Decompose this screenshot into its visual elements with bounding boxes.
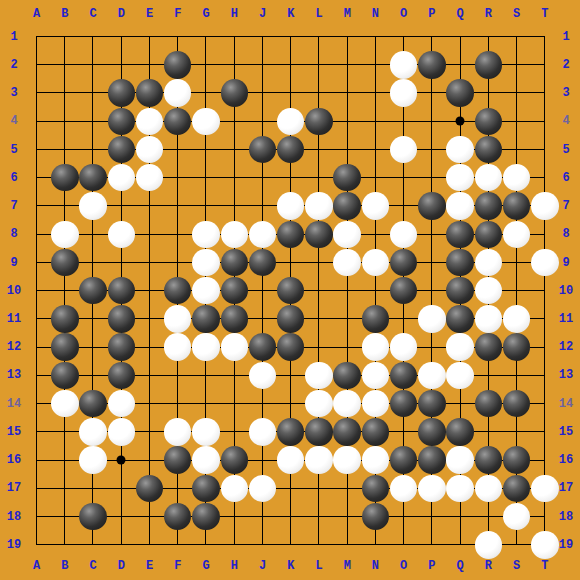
point-H5[interactable] [220,135,248,163]
point-L8[interactable] [305,220,333,248]
point-N13[interactable] [361,361,389,389]
point-L19[interactable] [305,531,333,559]
point-S11[interactable] [502,305,530,333]
point-B1[interactable] [51,22,79,50]
point-F6[interactable] [164,164,192,192]
point-D12[interactable] [107,333,135,361]
point-C2[interactable] [79,51,107,79]
point-M7[interactable] [333,192,361,220]
point-D17[interactable] [107,474,135,502]
point-M9[interactable] [333,248,361,276]
point-R17[interactable] [474,474,502,502]
point-B15[interactable] [51,418,79,446]
point-F2[interactable] [164,51,192,79]
point-Q1[interactable] [446,22,474,50]
point-K3[interactable] [277,79,305,107]
point-C7[interactable] [79,192,107,220]
point-F12[interactable] [164,333,192,361]
point-Q9[interactable] [446,248,474,276]
point-N2[interactable] [361,51,389,79]
point-B12[interactable] [51,333,79,361]
point-B3[interactable] [51,79,79,107]
point-O6[interactable] [390,164,418,192]
point-B17[interactable] [51,474,79,502]
point-J6[interactable] [248,164,276,192]
point-B16[interactable] [51,446,79,474]
point-N8[interactable] [361,220,389,248]
point-E18[interactable] [135,502,163,530]
point-F1[interactable] [164,22,192,50]
point-J10[interactable] [248,277,276,305]
point-O7[interactable] [390,192,418,220]
point-P12[interactable] [418,333,446,361]
point-S9[interactable] [502,248,530,276]
point-Q16[interactable] [446,446,474,474]
point-F17[interactable] [164,474,192,502]
point-N9[interactable] [361,248,389,276]
point-G12[interactable] [192,333,220,361]
point-C12[interactable] [79,333,107,361]
point-R7[interactable] [474,192,502,220]
point-N1[interactable] [361,22,389,50]
point-S1[interactable] [502,22,530,50]
point-O3[interactable] [390,79,418,107]
point-H2[interactable] [220,51,248,79]
point-J17[interactable] [248,474,276,502]
point-P17[interactable] [418,474,446,502]
point-M8[interactable] [333,220,361,248]
point-N7[interactable] [361,192,389,220]
point-E12[interactable] [135,333,163,361]
point-B13[interactable] [51,361,79,389]
point-E11[interactable] [135,305,163,333]
point-P19[interactable] [418,531,446,559]
point-P3[interactable] [418,79,446,107]
point-J8[interactable] [248,220,276,248]
point-N11[interactable] [361,305,389,333]
point-L14[interactable] [305,390,333,418]
point-D3[interactable] [107,79,135,107]
point-C17[interactable] [79,474,107,502]
point-G3[interactable] [192,79,220,107]
point-S16[interactable] [502,446,530,474]
point-Q15[interactable] [446,418,474,446]
point-Q8[interactable] [446,220,474,248]
point-K19[interactable] [277,531,305,559]
point-R18[interactable] [474,502,502,530]
point-M5[interactable] [333,135,361,163]
point-J18[interactable] [248,502,276,530]
point-S18[interactable] [502,502,530,530]
point-H7[interactable] [220,192,248,220]
point-K15[interactable] [277,418,305,446]
point-J11[interactable] [248,305,276,333]
point-S3[interactable] [502,79,530,107]
point-N18[interactable] [361,502,389,530]
point-D4[interactable] [107,107,135,135]
point-D9[interactable] [107,248,135,276]
point-H8[interactable] [220,220,248,248]
point-M16[interactable] [333,446,361,474]
point-C9[interactable] [79,248,107,276]
point-R13[interactable] [474,361,502,389]
point-J16[interactable] [248,446,276,474]
point-Q17[interactable] [446,474,474,502]
point-P6[interactable] [418,164,446,192]
point-D2[interactable] [107,51,135,79]
point-D11[interactable] [107,305,135,333]
point-K5[interactable] [277,135,305,163]
point-B10[interactable] [51,277,79,305]
point-O18[interactable] [390,502,418,530]
point-K2[interactable] [277,51,305,79]
point-R6[interactable] [474,164,502,192]
point-L16[interactable] [305,446,333,474]
point-P8[interactable] [418,220,446,248]
point-N3[interactable] [361,79,389,107]
point-H1[interactable] [220,22,248,50]
point-O13[interactable] [390,361,418,389]
point-O19[interactable] [390,531,418,559]
point-K6[interactable] [277,164,305,192]
point-N19[interactable] [361,531,389,559]
point-J3[interactable] [248,79,276,107]
point-O10[interactable] [390,277,418,305]
point-B7[interactable] [51,192,79,220]
point-G11[interactable] [192,305,220,333]
point-O11[interactable] [390,305,418,333]
point-P4[interactable] [418,107,446,135]
point-L17[interactable] [305,474,333,502]
point-S10[interactable] [502,277,530,305]
point-H17[interactable] [220,474,248,502]
point-R1[interactable] [474,22,502,50]
point-R8[interactable] [474,220,502,248]
point-M19[interactable] [333,531,361,559]
point-D5[interactable] [107,135,135,163]
point-C15[interactable] [79,418,107,446]
point-Q11[interactable] [446,305,474,333]
point-M6[interactable] [333,164,361,192]
point-G17[interactable] [192,474,220,502]
point-B5[interactable] [51,135,79,163]
point-L4[interactable] [305,107,333,135]
point-M1[interactable] [333,22,361,50]
point-E9[interactable] [135,248,163,276]
point-G6[interactable] [192,164,220,192]
point-C10[interactable] [79,277,107,305]
point-O16[interactable] [390,446,418,474]
point-R10[interactable] [474,277,502,305]
point-G14[interactable] [192,390,220,418]
point-H9[interactable] [220,248,248,276]
point-R2[interactable] [474,51,502,79]
point-L2[interactable] [305,51,333,79]
point-G7[interactable] [192,192,220,220]
point-F5[interactable] [164,135,192,163]
point-B11[interactable] [51,305,79,333]
point-E16[interactable] [135,446,163,474]
point-Q2[interactable] [446,51,474,79]
point-C6[interactable] [79,164,107,192]
point-F9[interactable] [164,248,192,276]
point-R11[interactable] [474,305,502,333]
point-H16[interactable] [220,446,248,474]
point-D13[interactable] [107,361,135,389]
point-J19[interactable] [248,531,276,559]
point-N5[interactable] [361,135,389,163]
point-B8[interactable] [51,220,79,248]
point-M17[interactable] [333,474,361,502]
point-E19[interactable] [135,531,163,559]
point-M2[interactable] [333,51,361,79]
point-L6[interactable] [305,164,333,192]
point-G13[interactable] [192,361,220,389]
point-J1[interactable] [248,22,276,50]
point-Q10[interactable] [446,277,474,305]
point-L9[interactable] [305,248,333,276]
point-P15[interactable] [418,418,446,446]
point-E15[interactable] [135,418,163,446]
point-D15[interactable] [107,418,135,446]
point-M4[interactable] [333,107,361,135]
point-G16[interactable] [192,446,220,474]
point-N17[interactable] [361,474,389,502]
point-O17[interactable] [390,474,418,502]
point-E7[interactable] [135,192,163,220]
point-K13[interactable] [277,361,305,389]
point-D7[interactable] [107,192,135,220]
point-K7[interactable] [277,192,305,220]
point-G9[interactable] [192,248,220,276]
point-C18[interactable] [79,502,107,530]
point-O8[interactable] [390,220,418,248]
point-G10[interactable] [192,277,220,305]
point-S6[interactable] [502,164,530,192]
point-O5[interactable] [390,135,418,163]
point-D1[interactable] [107,22,135,50]
point-L5[interactable] [305,135,333,163]
point-L10[interactable] [305,277,333,305]
point-S15[interactable] [502,418,530,446]
point-F7[interactable] [164,192,192,220]
point-D16[interactable] [107,446,135,474]
point-J14[interactable] [248,390,276,418]
point-H3[interactable] [220,79,248,107]
point-K1[interactable] [277,22,305,50]
point-L13[interactable] [305,361,333,389]
point-E4[interactable] [135,107,163,135]
point-P13[interactable] [418,361,446,389]
point-K17[interactable] [277,474,305,502]
point-M13[interactable] [333,361,361,389]
point-E10[interactable] [135,277,163,305]
point-C14[interactable] [79,390,107,418]
point-C8[interactable] [79,220,107,248]
point-E6[interactable] [135,164,163,192]
point-Q12[interactable] [446,333,474,361]
point-K12[interactable] [277,333,305,361]
point-P18[interactable] [418,502,446,530]
point-N15[interactable] [361,418,389,446]
point-P9[interactable] [418,248,446,276]
point-S12[interactable] [502,333,530,361]
point-L12[interactable] [305,333,333,361]
point-F11[interactable] [164,305,192,333]
point-L18[interactable] [305,502,333,530]
point-H13[interactable] [220,361,248,389]
point-K4[interactable] [277,107,305,135]
point-G19[interactable] [192,531,220,559]
point-O2[interactable] [390,51,418,79]
point-K8[interactable] [277,220,305,248]
point-G8[interactable] [192,220,220,248]
point-R9[interactable] [474,248,502,276]
point-F13[interactable] [164,361,192,389]
point-B2[interactable] [51,51,79,79]
point-E2[interactable] [135,51,163,79]
point-K10[interactable] [277,277,305,305]
point-B18[interactable] [51,502,79,530]
point-L3[interactable] [305,79,333,107]
point-L15[interactable] [305,418,333,446]
point-R4[interactable] [474,107,502,135]
point-Q18[interactable] [446,502,474,530]
point-M3[interactable] [333,79,361,107]
point-N12[interactable] [361,333,389,361]
point-J5[interactable] [248,135,276,163]
point-N6[interactable] [361,164,389,192]
point-Q3[interactable] [446,79,474,107]
point-S8[interactable] [502,220,530,248]
point-Q6[interactable] [446,164,474,192]
point-K11[interactable] [277,305,305,333]
point-P2[interactable] [418,51,446,79]
point-E13[interactable] [135,361,163,389]
point-K18[interactable] [277,502,305,530]
point-S17[interactable] [502,474,530,502]
point-F18[interactable] [164,502,192,530]
point-D10[interactable] [107,277,135,305]
point-H4[interactable] [220,107,248,135]
point-R16[interactable] [474,446,502,474]
point-F3[interactable] [164,79,192,107]
point-L1[interactable] [305,22,333,50]
point-F10[interactable] [164,277,192,305]
point-P11[interactable] [418,305,446,333]
point-O1[interactable] [390,22,418,50]
point-J7[interactable] [248,192,276,220]
point-J13[interactable] [248,361,276,389]
point-C19[interactable] [79,531,107,559]
point-B6[interactable] [51,164,79,192]
point-S19[interactable] [502,531,530,559]
point-R19[interactable] [474,531,502,559]
point-J9[interactable] [248,248,276,276]
point-R3[interactable] [474,79,502,107]
point-H15[interactable] [220,418,248,446]
point-G5[interactable] [192,135,220,163]
point-S4[interactable] [502,107,530,135]
point-K16[interactable] [277,446,305,474]
point-B9[interactable] [51,248,79,276]
point-N10[interactable] [361,277,389,305]
point-G1[interactable] [192,22,220,50]
point-M15[interactable] [333,418,361,446]
point-R14[interactable] [474,390,502,418]
point-B19[interactable] [51,531,79,559]
point-F16[interactable] [164,446,192,474]
point-H6[interactable] [220,164,248,192]
point-H10[interactable] [220,277,248,305]
point-C13[interactable] [79,361,107,389]
point-K9[interactable] [277,248,305,276]
point-P16[interactable] [418,446,446,474]
point-H12[interactable] [220,333,248,361]
point-H11[interactable] [220,305,248,333]
point-S5[interactable] [502,135,530,163]
point-P7[interactable] [418,192,446,220]
point-E1[interactable] [135,22,163,50]
point-C16[interactable] [79,446,107,474]
point-Q4[interactable] [446,107,474,135]
point-Q19[interactable] [446,531,474,559]
point-J15[interactable] [248,418,276,446]
point-M11[interactable] [333,305,361,333]
point-R15[interactable] [474,418,502,446]
point-F4[interactable] [164,107,192,135]
point-J2[interactable] [248,51,276,79]
point-C5[interactable] [79,135,107,163]
point-L11[interactable] [305,305,333,333]
point-P14[interactable] [418,390,446,418]
point-K14[interactable] [277,390,305,418]
point-N16[interactable] [361,446,389,474]
point-D14[interactable] [107,390,135,418]
point-D18[interactable] [107,502,135,530]
point-N14[interactable] [361,390,389,418]
point-G4[interactable] [192,107,220,135]
point-F8[interactable] [164,220,192,248]
point-Q13[interactable] [446,361,474,389]
point-O4[interactable] [390,107,418,135]
point-C1[interactable] [79,22,107,50]
point-G15[interactable] [192,418,220,446]
point-D6[interactable] [107,164,135,192]
point-E5[interactable] [135,135,163,163]
point-N4[interactable] [361,107,389,135]
point-P10[interactable] [418,277,446,305]
point-S7[interactable] [502,192,530,220]
point-S14[interactable] [502,390,530,418]
point-O14[interactable] [390,390,418,418]
point-M14[interactable] [333,390,361,418]
point-F14[interactable] [164,390,192,418]
point-G2[interactable] [192,51,220,79]
point-L7[interactable] [305,192,333,220]
point-C4[interactable] [79,107,107,135]
point-B4[interactable] [51,107,79,135]
point-P1[interactable] [418,22,446,50]
point-R5[interactable] [474,135,502,163]
point-H19[interactable] [220,531,248,559]
point-H18[interactable] [220,502,248,530]
point-J4[interactable] [248,107,276,135]
point-H14[interactable] [220,390,248,418]
point-P5[interactable] [418,135,446,163]
point-B14[interactable] [51,390,79,418]
point-S2[interactable] [502,51,530,79]
